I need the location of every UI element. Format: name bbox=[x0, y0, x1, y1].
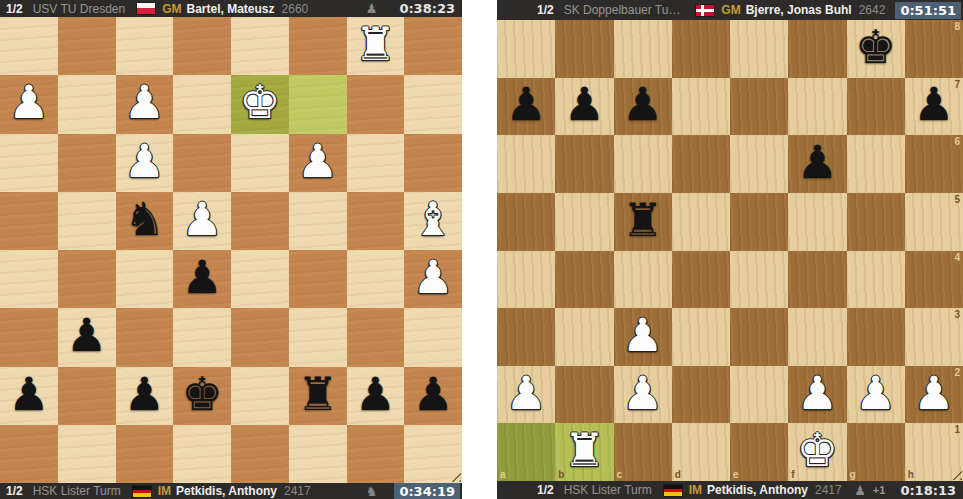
team-name: HSK Lister Turm bbox=[33, 484, 121, 498]
square-e7[interactable]: ♚ bbox=[231, 75, 289, 133]
player-title: IM bbox=[689, 483, 702, 497]
square-a6[interactable] bbox=[0, 134, 58, 192]
piece-white-pawn[interactable]: ♟ bbox=[124, 79, 165, 125]
square-b2[interactable] bbox=[555, 366, 613, 424]
square-d5[interactable]: ♟ bbox=[173, 192, 231, 250]
square-e6[interactable] bbox=[231, 134, 289, 192]
piece-black-pawn[interactable]: ♟ bbox=[182, 254, 223, 300]
game-score: 1/2 bbox=[531, 3, 564, 17]
square-f6[interactable]: ♟ bbox=[788, 135, 846, 193]
coord-file-f: f bbox=[791, 469, 794, 480]
square-h3[interactable] bbox=[404, 308, 462, 366]
player-name: Bartel, Mateusz bbox=[187, 2, 275, 16]
square-h3[interactable]: 3 bbox=[905, 308, 963, 366]
square-f1[interactable] bbox=[289, 425, 347, 483]
square-g1[interactable]: g bbox=[847, 423, 905, 481]
square-d3[interactable] bbox=[173, 308, 231, 366]
square-g5[interactable] bbox=[347, 192, 405, 250]
player-clock: 0:18:13 bbox=[895, 482, 961, 499]
piece-white-pawn[interactable]: ♟ bbox=[124, 138, 165, 184]
piece-black-pawn[interactable]: ♟ bbox=[8, 371, 49, 417]
coord-rank-6: 6 bbox=[954, 136, 960, 147]
square-f5[interactable] bbox=[788, 193, 846, 251]
square-b5[interactable] bbox=[555, 193, 613, 251]
square-c2[interactable]: ♟ bbox=[614, 366, 672, 424]
flag-denmark-icon bbox=[696, 5, 714, 16]
square-d5[interactable] bbox=[672, 193, 730, 251]
square-d1[interactable] bbox=[173, 425, 231, 483]
player-clock: 0:51:51 bbox=[895, 2, 961, 19]
player-bar-top-left: 1/2 USV TU Dresden GM Bartel, Mateusz 26… bbox=[0, 0, 462, 17]
square-b6[interactable] bbox=[555, 135, 613, 193]
square-h7[interactable] bbox=[404, 75, 462, 133]
square-g5[interactable] bbox=[847, 193, 905, 251]
square-b5[interactable] bbox=[58, 192, 116, 250]
game-score: 1/2 bbox=[531, 483, 564, 497]
player-bar-top-right: 1/2 SK Doppelbauer Turm Ki… GM Bjerre, J… bbox=[497, 0, 963, 20]
square-c4[interactable] bbox=[116, 250, 174, 308]
player-title: IM bbox=[158, 484, 171, 498]
square-b3[interactable] bbox=[555, 308, 613, 366]
coord-file-c: c bbox=[617, 469, 623, 480]
square-c5[interactable]: ♜ bbox=[614, 193, 672, 251]
square-d6[interactable] bbox=[173, 134, 231, 192]
square-a5[interactable] bbox=[497, 193, 555, 251]
square-e2[interactable] bbox=[231, 367, 289, 425]
square-e1[interactable]: e bbox=[730, 423, 788, 481]
square-g2[interactable]: ♟ bbox=[847, 366, 905, 424]
square-b8[interactable] bbox=[555, 20, 613, 78]
square-d7[interactable] bbox=[173, 75, 231, 133]
piece-white-pawn[interactable]: ♟ bbox=[797, 370, 838, 416]
square-b4[interactable] bbox=[555, 251, 613, 309]
game-score: 1/2 bbox=[0, 484, 33, 498]
square-e8[interactable] bbox=[730, 20, 788, 78]
square-h5[interactable]: 5 bbox=[905, 193, 963, 251]
square-h4[interactable]: 4 bbox=[905, 251, 963, 309]
square-d3[interactable] bbox=[672, 308, 730, 366]
square-h5[interactable]: ♝ bbox=[404, 192, 462, 250]
coord-rank-3: 3 bbox=[954, 309, 960, 320]
player-name: Petkidis, Anthony bbox=[707, 483, 808, 497]
piece-white-rook[interactable]: ♜ bbox=[355, 21, 396, 67]
square-c6[interactable]: ♟ bbox=[116, 134, 174, 192]
square-g6[interactable] bbox=[347, 134, 405, 192]
coord-rank-8: 8 bbox=[954, 21, 960, 32]
square-a7[interactable]: ♟ bbox=[497, 78, 555, 136]
piece-white-rook[interactable]: ♜ bbox=[564, 427, 605, 473]
square-c3[interactable]: ♟ bbox=[614, 308, 672, 366]
player-rating: 2642 bbox=[859, 3, 886, 17]
piece-black-pawn[interactable]: ♟ bbox=[124, 371, 165, 417]
square-f2[interactable]: ♜ bbox=[289, 367, 347, 425]
square-a4[interactable] bbox=[497, 251, 555, 309]
square-e2[interactable] bbox=[730, 366, 788, 424]
coord-rank-7: 7 bbox=[954, 79, 960, 90]
square-e7[interactable] bbox=[730, 78, 788, 136]
square-b2[interactable] bbox=[58, 367, 116, 425]
square-h4[interactable]: ♟ bbox=[404, 250, 462, 308]
square-g6[interactable] bbox=[847, 135, 905, 193]
square-f5[interactable] bbox=[289, 192, 347, 250]
square-b1[interactable]: ♜b bbox=[555, 423, 613, 481]
piece-black-pawn[interactable]: ♟ bbox=[66, 312, 107, 358]
piece-white-pawn[interactable]: ♟ bbox=[622, 312, 663, 358]
square-f3[interactable] bbox=[289, 308, 347, 366]
square-f7[interactable] bbox=[289, 75, 347, 133]
material-badge: +1 bbox=[873, 484, 886, 496]
player-bar-bottom-left: 1/2 HSK Lister Turm IM Petkidis, Anthony… bbox=[0, 483, 462, 499]
square-g1[interactable] bbox=[347, 425, 405, 483]
square-f6[interactable]: ♟ bbox=[289, 134, 347, 192]
square-a2[interactable]: ♟ bbox=[497, 366, 555, 424]
square-e5[interactable] bbox=[231, 192, 289, 250]
team-name: USV TU Dresden bbox=[33, 2, 125, 16]
square-g3[interactable] bbox=[347, 308, 405, 366]
square-e8[interactable] bbox=[231, 17, 289, 75]
player-title: GM bbox=[162, 2, 181, 16]
game-panel-right: 1/2 SK Doppelbauer Turm Ki… GM Bjerre, J… bbox=[497, 0, 963, 499]
square-b3[interactable]: ♟ bbox=[58, 308, 116, 366]
piece-white-pawn[interactable]: ♟ bbox=[413, 254, 454, 300]
square-b4[interactable] bbox=[58, 250, 116, 308]
piece-black-rook[interactable]: ♜ bbox=[622, 197, 663, 243]
square-f4[interactable] bbox=[788, 251, 846, 309]
square-g7[interactable] bbox=[847, 78, 905, 136]
piece-white-pawn[interactable]: ♟ bbox=[297, 138, 338, 184]
square-a1[interactable] bbox=[0, 425, 58, 483]
coord-rank-2: 2 bbox=[954, 367, 960, 378]
square-e3[interactable] bbox=[231, 308, 289, 366]
square-d8[interactable] bbox=[672, 20, 730, 78]
square-h8[interactable] bbox=[404, 17, 462, 75]
square-h6[interactable]: 6 bbox=[905, 135, 963, 193]
piece-black-pawn[interactable]: ♟ bbox=[564, 81, 605, 127]
square-a4[interactable] bbox=[0, 250, 58, 308]
square-g7[interactable] bbox=[347, 75, 405, 133]
team-name: HSK Lister Turm bbox=[564, 483, 652, 497]
piece-black-pawn[interactable]: ♟ bbox=[913, 81, 954, 127]
square-f1[interactable]: ♚f bbox=[788, 423, 846, 481]
square-a2[interactable]: ♟ bbox=[0, 367, 58, 425]
knight-icon: ♞ bbox=[366, 484, 378, 499]
square-c3[interactable] bbox=[116, 308, 174, 366]
square-g4[interactable] bbox=[847, 251, 905, 309]
square-c8[interactable] bbox=[614, 20, 672, 78]
broadcast-page: 1/2 USV TU Dresden GM Bartel, Mateusz 26… bbox=[0, 0, 963, 499]
square-h8[interactable]: 8 bbox=[905, 20, 963, 78]
player-clock: 0:34:19 bbox=[394, 483, 460, 499]
coord-rank-4: 4 bbox=[954, 252, 960, 263]
piece-black-rook[interactable]: ♜ bbox=[297, 371, 338, 417]
square-d4[interactable]: ♟ bbox=[173, 250, 231, 308]
square-d7[interactable] bbox=[672, 78, 730, 136]
piece-black-pawn[interactable]: ♟ bbox=[355, 371, 396, 417]
square-d4[interactable] bbox=[672, 251, 730, 309]
square-a8[interactable] bbox=[497, 20, 555, 78]
player-rating: 2417 bbox=[815, 483, 842, 497]
flag-germany-icon bbox=[133, 486, 151, 497]
pawn-icon: ♟ bbox=[366, 1, 378, 16]
square-d8[interactable] bbox=[173, 17, 231, 75]
square-h1[interactable]: h1 bbox=[905, 423, 963, 481]
player-rating: 2417 bbox=[284, 484, 311, 498]
square-c7[interactable]: ♟ bbox=[614, 78, 672, 136]
piece-black-king[interactable]: ♚ bbox=[182, 371, 223, 417]
square-h6[interactable] bbox=[404, 134, 462, 192]
square-h1[interactable] bbox=[404, 425, 462, 483]
square-f8[interactable] bbox=[289, 17, 347, 75]
square-b8[interactable] bbox=[58, 17, 116, 75]
square-a3[interactable] bbox=[0, 308, 58, 366]
square-b1[interactable] bbox=[58, 425, 116, 483]
piece-white-bishop[interactable]: ♝ bbox=[413, 196, 454, 242]
square-a8[interactable] bbox=[0, 17, 58, 75]
piece-black-king[interactable]: ♚ bbox=[855, 24, 896, 70]
team-name: SK Doppelbauer Turm Ki… bbox=[564, 3, 685, 17]
coord-file-a: a bbox=[500, 469, 506, 480]
coord-file-h: h bbox=[908, 469, 914, 480]
piece-white-pawn[interactable]: ♟ bbox=[622, 370, 663, 416]
piece-white-pawn[interactable]: ♟ bbox=[8, 79, 49, 125]
piece-white-king[interactable]: ♚ bbox=[239, 79, 280, 125]
player-rating: 2660 bbox=[282, 2, 309, 16]
square-e4[interactable] bbox=[231, 250, 289, 308]
pawn-icon: ♟ bbox=[854, 483, 866, 498]
square-g3[interactable] bbox=[847, 308, 905, 366]
player-name: Petkidis, Anthony bbox=[176, 484, 277, 498]
game-panel-left: 1/2 USV TU Dresden GM Bartel, Mateusz 26… bbox=[0, 0, 462, 499]
square-h2[interactable]: ♟ bbox=[404, 367, 462, 425]
square-g4[interactable] bbox=[347, 250, 405, 308]
square-a5[interactable] bbox=[0, 192, 58, 250]
flag-poland-icon bbox=[137, 3, 155, 14]
square-b7[interactable] bbox=[58, 75, 116, 133]
square-g8[interactable]: ♜ bbox=[347, 17, 405, 75]
square-a3[interactable] bbox=[497, 308, 555, 366]
piece-black-knight[interactable]: ♞ bbox=[124, 196, 165, 242]
piece-white-pawn[interactable]: ♟ bbox=[855, 370, 896, 416]
square-c2[interactable]: ♟ bbox=[116, 367, 174, 425]
game-score: 1/2 bbox=[0, 2, 33, 16]
square-b7[interactable]: ♟ bbox=[555, 78, 613, 136]
chess-board-left[interactable]: ♜♟♟♚♟♟♞♟♝♟♟♟♟♟♚♜♟♟ bbox=[0, 17, 462, 483]
square-d2[interactable]: ♚ bbox=[173, 367, 231, 425]
square-e1[interactable] bbox=[231, 425, 289, 483]
coord-file-b: b bbox=[558, 469, 564, 480]
piece-black-pawn[interactable]: ♟ bbox=[506, 81, 547, 127]
flag-germany-icon bbox=[664, 485, 682, 496]
coord-file-e: e bbox=[733, 469, 739, 480]
square-a6[interactable] bbox=[497, 135, 555, 193]
square-f3[interactable] bbox=[788, 308, 846, 366]
square-c5[interactable]: ♞ bbox=[116, 192, 174, 250]
square-a1[interactable]: a bbox=[497, 423, 555, 481]
piece-black-pawn[interactable]: ♟ bbox=[797, 139, 838, 185]
square-c1[interactable]: c bbox=[614, 423, 672, 481]
square-f7[interactable] bbox=[788, 78, 846, 136]
chess-board-right[interactable]: ♚8♟♟♟♟7♟6♜54♟3♟♟♟♟♟2a♜bcde♚fgh1 bbox=[497, 20, 963, 481]
square-f8[interactable] bbox=[788, 20, 846, 78]
square-h2[interactable]: ♟2 bbox=[905, 366, 963, 424]
square-g2[interactable]: ♟ bbox=[347, 367, 405, 425]
coord-rank-5: 5 bbox=[954, 194, 960, 205]
square-d6[interactable] bbox=[672, 135, 730, 193]
square-c6[interactable] bbox=[614, 135, 672, 193]
square-d1[interactable]: d bbox=[672, 423, 730, 481]
square-e6[interactable] bbox=[730, 135, 788, 193]
square-c4[interactable] bbox=[614, 251, 672, 309]
coord-file-g: g bbox=[850, 469, 856, 480]
square-h7[interactable]: ♟7 bbox=[905, 78, 963, 136]
piece-white-pawn[interactable]: ♟ bbox=[506, 370, 547, 416]
square-a7[interactable]: ♟ bbox=[0, 75, 58, 133]
player-bar-bottom-right: 1/2 HSK Lister Turm IM Petkidis, Anthony… bbox=[497, 481, 963, 499]
piece-white-king[interactable]: ♚ bbox=[797, 427, 838, 473]
coord-rank-1: 1 bbox=[954, 424, 960, 435]
square-g8[interactable]: ♚ bbox=[847, 20, 905, 78]
square-e4[interactable] bbox=[730, 251, 788, 309]
square-e3[interactable] bbox=[730, 308, 788, 366]
square-f4[interactable] bbox=[289, 250, 347, 308]
player-clock: 0:38:23 bbox=[394, 0, 460, 17]
piece-white-pawn[interactable]: ♟ bbox=[913, 370, 954, 416]
player-title: GM bbox=[721, 3, 740, 17]
square-c1[interactable] bbox=[116, 425, 174, 483]
square-b6[interactable] bbox=[58, 134, 116, 192]
square-e5[interactable] bbox=[730, 193, 788, 251]
square-f2[interactable]: ♟ bbox=[788, 366, 846, 424]
piece-black-pawn[interactable]: ♟ bbox=[622, 81, 663, 127]
coord-file-d: d bbox=[675, 469, 681, 480]
square-d2[interactable] bbox=[672, 366, 730, 424]
piece-white-pawn[interactable]: ♟ bbox=[182, 196, 223, 242]
player-name: Bjerre, Jonas Buhl bbox=[746, 3, 852, 17]
piece-black-pawn[interactable]: ♟ bbox=[413, 371, 454, 417]
square-c8[interactable] bbox=[116, 17, 174, 75]
square-c7[interactable]: ♟ bbox=[116, 75, 174, 133]
